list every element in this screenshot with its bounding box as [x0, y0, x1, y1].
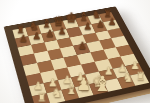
piece-black-rook: ♜ — [102, 9, 115, 19]
square-g3[interactable] — [107, 56, 125, 68]
piece-black-rook: ♜ — [14, 25, 27, 35]
photo-background: ♜♞♝♛♚♝♞♜♟♟♟♟♟♟♟♟♟♟♟♟♟♟♟♜♞♝♛♚♞♜ ♟ ♝ — [0, 0, 150, 103]
square-h4[interactable] — [116, 45, 134, 57]
square-f4[interactable] — [90, 50, 107, 62]
offboard-white-bishop: ♝ — [93, 74, 112, 95]
square-f6[interactable] — [82, 32, 99, 43]
offboard-white-pawn: ♟ — [76, 76, 91, 93]
square-f5[interactable] — [86, 41, 103, 52]
square-e4[interactable] — [77, 52, 94, 64]
